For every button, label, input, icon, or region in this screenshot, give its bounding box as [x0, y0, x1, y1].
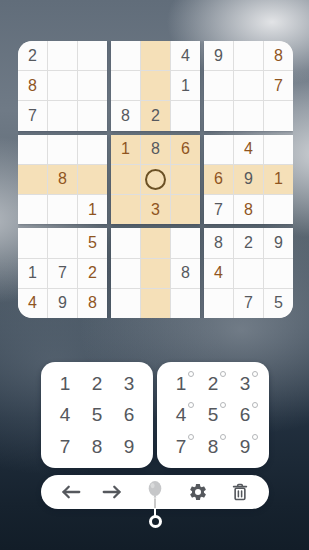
cell-r2c5[interactable]	[141, 71, 170, 100]
box-1: 287	[18, 41, 107, 131]
cell-r3c9[interactable]	[264, 101, 293, 130]
cell-r7c4[interactable]	[111, 228, 140, 257]
note-circle-icon	[220, 402, 226, 408]
note-digit-button-6[interactable]: 6	[229, 399, 261, 430]
box-8: 8	[111, 228, 200, 318]
cell-r5c5[interactable]	[141, 165, 170, 194]
cell-r6c1[interactable]	[18, 195, 47, 224]
note-circle-icon	[188, 371, 194, 377]
note-digit-button-2[interactable]: 2	[197, 368, 229, 399]
cell-r8c7[interactable]: 4	[204, 259, 233, 288]
note-pad: 123456789	[157, 362, 269, 468]
cell-r7c9[interactable]: 9	[264, 228, 293, 257]
cell-r6c7[interactable]: 7	[204, 195, 233, 224]
note-digit-button-8[interactable]: 8	[197, 431, 229, 462]
digit-button-1[interactable]: 1	[49, 368, 81, 399]
cell-r6c8[interactable]: 8	[234, 195, 263, 224]
cell-r9c3[interactable]: 8	[78, 289, 107, 318]
digit-button-6[interactable]: 6	[113, 399, 145, 430]
cell-r2c9[interactable]: 7	[264, 71, 293, 100]
cell-r6c6[interactable]	[171, 195, 200, 224]
cell-r3c3[interactable]	[78, 101, 107, 130]
trash-icon	[231, 482, 249, 502]
cell-r8c3[interactable]: 2	[78, 259, 107, 288]
cell-r5c2[interactable]: 8	[48, 165, 77, 194]
digit-button-3[interactable]: 3	[113, 368, 145, 399]
cell-r9c1[interactable]: 4	[18, 289, 47, 318]
cell-r4c6[interactable]: 6	[171, 135, 200, 164]
cell-r2c2[interactable]	[48, 71, 77, 100]
cell-r3c6[interactable]	[171, 101, 200, 130]
arrow-right-icon	[102, 483, 123, 501]
selection-circle	[145, 169, 166, 190]
note-digit-button-9[interactable]: 9	[229, 431, 261, 462]
box-5: 1863	[111, 135, 200, 225]
cell-r8c4[interactable]	[111, 259, 140, 288]
note-circle-icon	[188, 402, 194, 408]
cell-r7c8[interactable]: 2	[234, 228, 263, 257]
cell-r7c6[interactable]	[171, 228, 200, 257]
box-6: 469178	[204, 135, 293, 225]
digit-pad: 123456789	[41, 362, 153, 468]
cell-r4c4[interactable]: 1	[111, 135, 140, 164]
digit-button-5[interactable]: 5	[81, 399, 113, 430]
cell-r1c6[interactable]: 4	[171, 41, 200, 70]
hint-balloon-string	[154, 499, 156, 516]
cell-r6c9[interactable]	[264, 195, 293, 224]
cell-r1c1[interactable]: 2	[18, 41, 47, 70]
digit-button-4[interactable]: 4	[49, 399, 81, 430]
cell-r3c7[interactable]	[204, 101, 233, 130]
cell-r6c3[interactable]: 1	[78, 195, 107, 224]
redo-button[interactable]	[101, 480, 125, 504]
cell-r7c3[interactable]: 5	[78, 228, 107, 257]
digit-button-7[interactable]: 7	[49, 431, 81, 462]
note-circle-icon	[252, 434, 258, 440]
cell-r9c8[interactable]: 7	[234, 289, 263, 318]
cell-r6c4[interactable]	[111, 195, 140, 224]
cell-r5c7[interactable]: 6	[204, 165, 233, 194]
note-circle-icon	[252, 371, 258, 377]
note-circle-icon	[220, 434, 226, 440]
cell-r5c1[interactable]	[18, 165, 47, 194]
note-circle-icon	[188, 434, 194, 440]
note-digit-button-3[interactable]: 3	[229, 368, 261, 399]
cell-r2c1[interactable]: 8	[18, 71, 47, 100]
cell-r4c5[interactable]: 8	[141, 135, 170, 164]
delete-button[interactable]	[228, 480, 252, 504]
cell-r5c6[interactable]	[171, 165, 200, 194]
note-digit-button-1[interactable]: 1	[165, 368, 197, 399]
box-2: 4182	[111, 41, 200, 131]
cell-r7c2[interactable]	[48, 228, 77, 257]
cell-r1c5[interactable]	[141, 41, 170, 70]
cell-r3c8[interactable]	[234, 101, 263, 130]
cell-r3c2[interactable]	[48, 101, 77, 130]
cell-r2c7[interactable]	[204, 71, 233, 100]
cell-r4c2[interactable]	[48, 135, 77, 164]
cell-r8c2[interactable]: 7	[48, 259, 77, 288]
cell-r9c7[interactable]	[204, 289, 233, 318]
cell-r3c4[interactable]: 8	[111, 101, 140, 130]
note-circle-icon	[252, 402, 258, 408]
cell-r4c8[interactable]: 4	[234, 135, 263, 164]
cell-r8c6[interactable]: 8	[171, 259, 200, 288]
cell-r9c5[interactable]	[141, 289, 170, 318]
sudoku-board: 287418298781186346917851724988829475	[18, 41, 293, 318]
cell-r3c1[interactable]: 7	[18, 101, 47, 130]
cell-r1c3[interactable]	[78, 41, 107, 70]
cell-r5c9[interactable]: 1	[264, 165, 293, 194]
box-7: 5172498	[18, 228, 107, 318]
cell-r8c5[interactable]	[141, 259, 170, 288]
settings-button[interactable]	[186, 480, 210, 504]
cell-r1c9[interactable]: 8	[264, 41, 293, 70]
cell-r2c8[interactable]	[234, 71, 263, 100]
arrow-left-icon	[60, 483, 81, 501]
cell-r7c7[interactable]: 8	[204, 228, 233, 257]
note-digit-button-7[interactable]: 7	[165, 431, 197, 462]
cell-r4c3[interactable]	[78, 135, 107, 164]
cell-r9c9[interactable]: 5	[264, 289, 293, 318]
cell-r5c4[interactable]	[111, 165, 140, 194]
cell-r1c8[interactable]	[234, 41, 263, 70]
cell-r9c6[interactable]	[171, 289, 200, 318]
cell-r5c8[interactable]: 9	[234, 165, 263, 194]
cell-r4c1[interactable]	[18, 135, 47, 164]
digit-button-8[interactable]: 8	[81, 431, 113, 462]
cell-r7c1[interactable]	[18, 228, 47, 257]
hint-pull-ring[interactable]	[149, 515, 162, 528]
cell-r5c3[interactable]	[78, 165, 107, 194]
box-4: 81	[18, 135, 107, 225]
box-9: 829475	[204, 228, 293, 318]
cell-r9c4[interactable]	[111, 289, 140, 318]
box-3: 987	[204, 41, 293, 131]
cell-r8c9[interactable]	[264, 259, 293, 288]
cell-r3c5[interactable]: 2	[141, 101, 170, 130]
cell-r6c5[interactable]: 3	[141, 195, 170, 224]
note-digit-button-5[interactable]: 5	[197, 399, 229, 430]
digit-button-2[interactable]: 2	[81, 368, 113, 399]
cell-r1c7[interactable]: 9	[204, 41, 233, 70]
cell-r2c4[interactable]	[111, 71, 140, 100]
gear-icon	[188, 482, 208, 502]
cell-r8c1[interactable]: 1	[18, 259, 47, 288]
sudoku-app-screen: 287418298781186346917851724988829475 123…	[0, 0, 309, 550]
cell-r9c2[interactable]: 9	[48, 289, 77, 318]
cell-r1c2[interactable]	[48, 41, 77, 70]
undo-button[interactable]	[58, 480, 82, 504]
note-circle-icon	[220, 371, 226, 377]
cell-r2c6[interactable]: 1	[171, 71, 200, 100]
cell-r1c4[interactable]	[111, 41, 140, 70]
cell-r4c7[interactable]	[204, 135, 233, 164]
cell-r8c8[interactable]	[234, 259, 263, 288]
cell-r7c5[interactable]	[141, 228, 170, 257]
cell-r6c2[interactable]	[48, 195, 77, 224]
cell-r4c9[interactable]	[264, 135, 293, 164]
cell-r2c3[interactable]	[78, 71, 107, 100]
digit-button-9[interactable]: 9	[113, 431, 145, 462]
note-digit-button-4[interactable]: 4	[165, 399, 197, 430]
